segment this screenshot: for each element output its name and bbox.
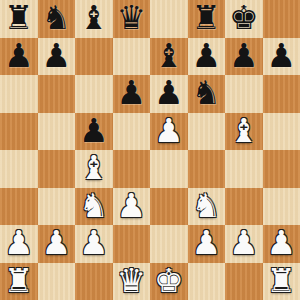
square-h8[interactable] xyxy=(263,0,301,38)
black-pawn-piece: ♟ xyxy=(266,37,296,75)
black-bishop-piece: ♝ xyxy=(154,37,184,75)
square-d1[interactable]: ♛ xyxy=(113,263,151,300)
black-knight-piece: ♞ xyxy=(41,0,71,37)
square-f3[interactable]: ♞ xyxy=(188,188,226,226)
white-pawn-piece: ♟ xyxy=(266,224,296,262)
white-rook-piece: ♜ xyxy=(266,262,296,300)
square-c1[interactable] xyxy=(75,263,113,300)
white-bishop-piece: ♝ xyxy=(229,112,259,150)
square-g1[interactable] xyxy=(225,263,263,300)
square-e3[interactable] xyxy=(150,188,188,226)
square-g5[interactable]: ♝ xyxy=(225,113,263,151)
black-pawn-piece: ♟ xyxy=(4,37,34,75)
black-pawn-piece: ♟ xyxy=(79,112,109,150)
square-a3[interactable] xyxy=(0,188,38,226)
square-c7[interactable] xyxy=(75,38,113,76)
square-h5[interactable] xyxy=(263,113,301,151)
square-h2[interactable]: ♟ xyxy=(263,225,301,263)
white-king-piece: ♚ xyxy=(154,262,184,300)
square-c4[interactable]: ♝ xyxy=(75,150,113,188)
square-g2[interactable]: ♟ xyxy=(225,225,263,263)
square-g7[interactable]: ♟ xyxy=(225,38,263,76)
black-king-piece: ♚ xyxy=(229,0,259,37)
square-b6[interactable] xyxy=(38,75,76,113)
square-d2[interactable] xyxy=(113,225,151,263)
square-a8[interactable]: ♜ xyxy=(0,0,38,38)
white-pawn-piece: ♟ xyxy=(79,224,109,262)
square-g8[interactable]: ♚ xyxy=(225,0,263,38)
black-pawn-piece: ♟ xyxy=(191,37,221,75)
white-knight-piece: ♞ xyxy=(191,187,221,225)
black-queen-piece: ♛ xyxy=(116,0,146,37)
white-pawn-piece: ♟ xyxy=(154,112,184,150)
square-a5[interactable] xyxy=(0,113,38,151)
square-b5[interactable] xyxy=(38,113,76,151)
square-d5[interactable] xyxy=(113,113,151,151)
square-h3[interactable] xyxy=(263,188,301,226)
square-a6[interactable] xyxy=(0,75,38,113)
chess-board: ♜♞♝♛♜♚♟♟♝♟♟♟♟♟♞♟♟♝♝♞♟♞♟♟♟♟♟♟♜♛♚♜ xyxy=(0,0,300,300)
square-h1[interactable]: ♜ xyxy=(263,263,301,300)
square-b4[interactable] xyxy=(38,150,76,188)
white-rook-piece: ♜ xyxy=(4,262,34,300)
square-d7[interactable] xyxy=(113,38,151,76)
black-rook-piece: ♜ xyxy=(4,0,34,37)
square-b2[interactable]: ♟ xyxy=(38,225,76,263)
square-h7[interactable]: ♟ xyxy=(263,38,301,76)
black-knight-piece: ♞ xyxy=(191,74,221,112)
white-bishop-piece: ♝ xyxy=(79,149,109,187)
black-pawn-piece: ♟ xyxy=(154,74,184,112)
square-e5[interactable]: ♟ xyxy=(150,113,188,151)
square-e6[interactable]: ♟ xyxy=(150,75,188,113)
square-f1[interactable] xyxy=(188,263,226,300)
square-d6[interactable]: ♟ xyxy=(113,75,151,113)
square-b7[interactable]: ♟ xyxy=(38,38,76,76)
square-d8[interactable]: ♛ xyxy=(113,0,151,38)
square-h4[interactable] xyxy=(263,150,301,188)
square-f2[interactable]: ♟ xyxy=(188,225,226,263)
square-a7[interactable]: ♟ xyxy=(0,38,38,76)
black-pawn-piece: ♟ xyxy=(41,37,71,75)
square-a4[interactable] xyxy=(0,150,38,188)
square-c6[interactable] xyxy=(75,75,113,113)
square-f4[interactable] xyxy=(188,150,226,188)
square-a2[interactable]: ♟ xyxy=(0,225,38,263)
square-e1[interactable]: ♚ xyxy=(150,263,188,300)
square-f7[interactable]: ♟ xyxy=(188,38,226,76)
square-b8[interactable]: ♞ xyxy=(38,0,76,38)
square-g6[interactable] xyxy=(225,75,263,113)
white-pawn-piece: ♟ xyxy=(229,224,259,262)
square-e7[interactable]: ♝ xyxy=(150,38,188,76)
white-pawn-piece: ♟ xyxy=(4,224,34,262)
square-b1[interactable] xyxy=(38,263,76,300)
square-f8[interactable]: ♜ xyxy=(188,0,226,38)
square-g4[interactable] xyxy=(225,150,263,188)
square-f6[interactable]: ♞ xyxy=(188,75,226,113)
black-pawn-piece: ♟ xyxy=(229,37,259,75)
square-c3[interactable]: ♞ xyxy=(75,188,113,226)
square-c5[interactable]: ♟ xyxy=(75,113,113,151)
white-knight-piece: ♞ xyxy=(79,187,109,225)
square-c2[interactable]: ♟ xyxy=(75,225,113,263)
square-e8[interactable] xyxy=(150,0,188,38)
square-h6[interactable] xyxy=(263,75,301,113)
square-e2[interactable] xyxy=(150,225,188,263)
white-queen-piece: ♛ xyxy=(116,262,146,300)
square-f5[interactable] xyxy=(188,113,226,151)
white-pawn-piece: ♟ xyxy=(116,187,146,225)
square-c8[interactable]: ♝ xyxy=(75,0,113,38)
black-rook-piece: ♜ xyxy=(191,0,221,37)
black-bishop-piece: ♝ xyxy=(79,0,109,37)
square-d4[interactable] xyxy=(113,150,151,188)
square-g3[interactable] xyxy=(225,188,263,226)
square-a1[interactable]: ♜ xyxy=(0,263,38,300)
square-d3[interactable]: ♟ xyxy=(113,188,151,226)
black-pawn-piece: ♟ xyxy=(116,74,146,112)
white-pawn-piece: ♟ xyxy=(41,224,71,262)
square-e4[interactable] xyxy=(150,150,188,188)
square-b3[interactable] xyxy=(38,188,76,226)
white-pawn-piece: ♟ xyxy=(191,224,221,262)
